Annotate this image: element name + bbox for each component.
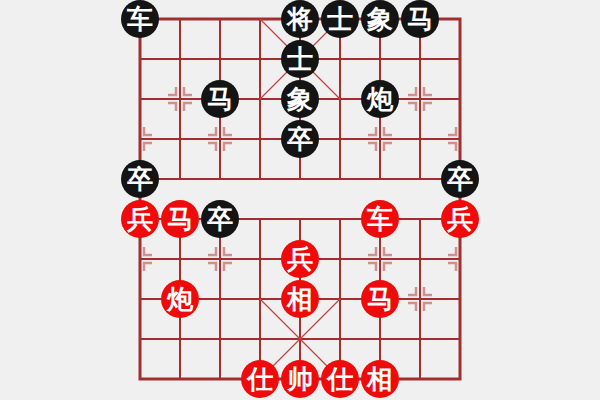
piece-red-general[interactable]: 帅 [281, 360, 319, 398]
piece-red-horse[interactable]: 马 [161, 200, 199, 238]
piece-red-advisor[interactable]: 仕 [321, 360, 359, 398]
piece-black-chariot[interactable]: 车 [121, 0, 159, 38]
xiangqi-app: 车将士象马士马象炮卒卒卒兵马卒车兵兵炮相马仕帅仕相 [0, 0, 600, 400]
piece-red-soldier[interactable]: 兵 [121, 200, 159, 238]
piece-red-cannon[interactable]: 炮 [161, 280, 199, 318]
piece-black-soldier[interactable]: 卒 [121, 160, 159, 198]
piece-black-advisor[interactable]: 士 [281, 40, 319, 78]
piece-black-general[interactable]: 将 [281, 0, 319, 38]
piece-black-horse[interactable]: 马 [201, 80, 239, 118]
piece-black-soldier[interactable]: 卒 [201, 200, 239, 238]
piece-red-chariot[interactable]: 车 [361, 200, 399, 238]
piece-red-advisor[interactable]: 仕 [241, 360, 279, 398]
piece-black-soldier[interactable]: 卒 [281, 120, 319, 158]
pieces-layer: 车将士象马士马象炮卒卒卒兵马卒车兵兵炮相马仕帅仕相 [120, 0, 480, 399]
piece-black-horse[interactable]: 马 [401, 0, 439, 38]
piece-black-advisor[interactable]: 士 [321, 0, 359, 38]
piece-red-elephant[interactable]: 相 [281, 280, 319, 318]
piece-black-elephant[interactable]: 象 [281, 80, 319, 118]
piece-black-elephant[interactable]: 象 [361, 0, 399, 38]
piece-red-elephant[interactable]: 相 [361, 360, 399, 398]
piece-red-soldier[interactable]: 兵 [441, 200, 479, 238]
piece-black-soldier[interactable]: 卒 [441, 160, 479, 198]
piece-red-soldier[interactable]: 兵 [281, 240, 319, 278]
piece-red-horse[interactable]: 马 [361, 280, 399, 318]
piece-black-cannon[interactable]: 炮 [361, 80, 399, 118]
